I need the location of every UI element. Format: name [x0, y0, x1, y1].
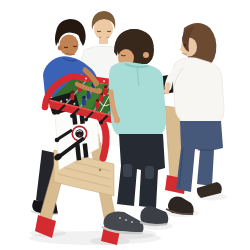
back-boy-neck	[99, 38, 108, 44]
girl-eye	[184, 44, 186, 46]
front-boy-hand	[114, 117, 120, 123]
foosball-player-blue	[82, 96, 86, 106]
front-boy-ear	[143, 52, 149, 58]
product-photo	[0, 0, 250, 250]
back-boy-face	[94, 19, 113, 40]
left-boy-hand	[96, 88, 102, 94]
foosball-player-red	[71, 90, 75, 100]
left-boy-face	[60, 35, 79, 56]
scene-illustration	[0, 0, 250, 250]
left-boy-ear	[58, 46, 63, 51]
foosball-player-red	[104, 85, 108, 95]
foosball-player-red	[96, 99, 100, 109]
girl-jeans	[176, 121, 223, 192]
left-boy-hand	[93, 80, 99, 86]
girl-hand	[164, 89, 170, 95]
